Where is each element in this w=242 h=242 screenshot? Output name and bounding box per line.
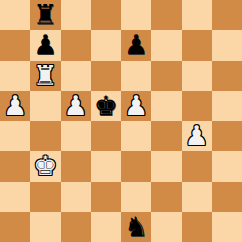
square-b5[interactable] [30,91,60,121]
square-c5[interactable]: ♟ [61,91,91,121]
square-d1[interactable] [91,212,121,242]
square-a5[interactable]: ♟ [0,91,30,121]
square-c1[interactable] [61,212,91,242]
square-f5[interactable] [151,91,181,121]
black-rook[interactable]: ♜ [33,0,57,30]
square-a7[interactable] [0,30,30,60]
square-c2[interactable] [61,182,91,212]
square-f2[interactable] [151,182,181,212]
square-b4[interactable] [30,121,60,151]
square-h3[interactable] [212,151,242,181]
square-f8[interactable] [151,0,181,30]
square-g3[interactable] [182,151,212,181]
white-pawn[interactable]: ♟ [185,121,209,151]
white-pawn[interactable]: ♟ [124,91,148,121]
square-c4[interactable] [61,121,91,151]
square-g7[interactable] [182,30,212,60]
square-d3[interactable] [91,151,121,181]
square-d2[interactable] [91,182,121,212]
square-g6[interactable] [182,61,212,91]
square-c8[interactable] [61,0,91,30]
square-f1[interactable] [151,212,181,242]
white-rook[interactable]: ♜ [33,61,57,91]
square-h7[interactable] [212,30,242,60]
square-d5[interactable]: ♚ [91,91,121,121]
square-b2[interactable] [30,182,60,212]
square-g5[interactable] [182,91,212,121]
square-e6[interactable] [121,61,151,91]
square-h4[interactable] [212,121,242,151]
square-f7[interactable] [151,30,181,60]
square-b6[interactable]: ♜ [30,61,60,91]
chess-board: ♜♟♟♜♟♟♚♟♟♚♞ [0,0,242,242]
square-e7[interactable]: ♟ [121,30,151,60]
square-e1[interactable]: ♞ [121,212,151,242]
square-b1[interactable] [30,212,60,242]
square-h6[interactable] [212,61,242,91]
square-e5[interactable]: ♟ [121,91,151,121]
black-knight[interactable]: ♞ [124,212,148,242]
square-f3[interactable] [151,151,181,181]
black-pawn[interactable]: ♟ [124,30,148,60]
square-c7[interactable] [61,30,91,60]
square-a2[interactable] [0,182,30,212]
square-c3[interactable] [61,151,91,181]
black-king[interactable]: ♚ [94,91,118,121]
square-f6[interactable] [151,61,181,91]
white-pawn[interactable]: ♟ [64,91,88,121]
square-e2[interactable] [121,182,151,212]
square-b7[interactable]: ♟ [30,30,60,60]
square-a4[interactable] [0,121,30,151]
square-c6[interactable] [61,61,91,91]
square-g4[interactable]: ♟ [182,121,212,151]
square-d4[interactable] [91,121,121,151]
square-a8[interactable] [0,0,30,30]
square-a1[interactable] [0,212,30,242]
square-g2[interactable] [182,182,212,212]
square-h1[interactable] [212,212,242,242]
square-e4[interactable] [121,121,151,151]
white-king[interactable]: ♚ [33,151,57,181]
square-e8[interactable] [121,0,151,30]
square-f4[interactable] [151,121,181,151]
square-g1[interactable] [182,212,212,242]
square-d6[interactable] [91,61,121,91]
square-h8[interactable] [212,0,242,30]
black-pawn[interactable]: ♟ [33,30,57,60]
square-h2[interactable] [212,182,242,212]
square-h5[interactable] [212,91,242,121]
square-a3[interactable] [0,151,30,181]
white-pawn[interactable]: ♟ [3,91,27,121]
square-a6[interactable] [0,61,30,91]
square-b8[interactable]: ♜ [30,0,60,30]
square-d8[interactable] [91,0,121,30]
square-e3[interactable] [121,151,151,181]
square-b3[interactable]: ♚ [30,151,60,181]
square-d7[interactable] [91,30,121,60]
square-g8[interactable] [182,0,212,30]
